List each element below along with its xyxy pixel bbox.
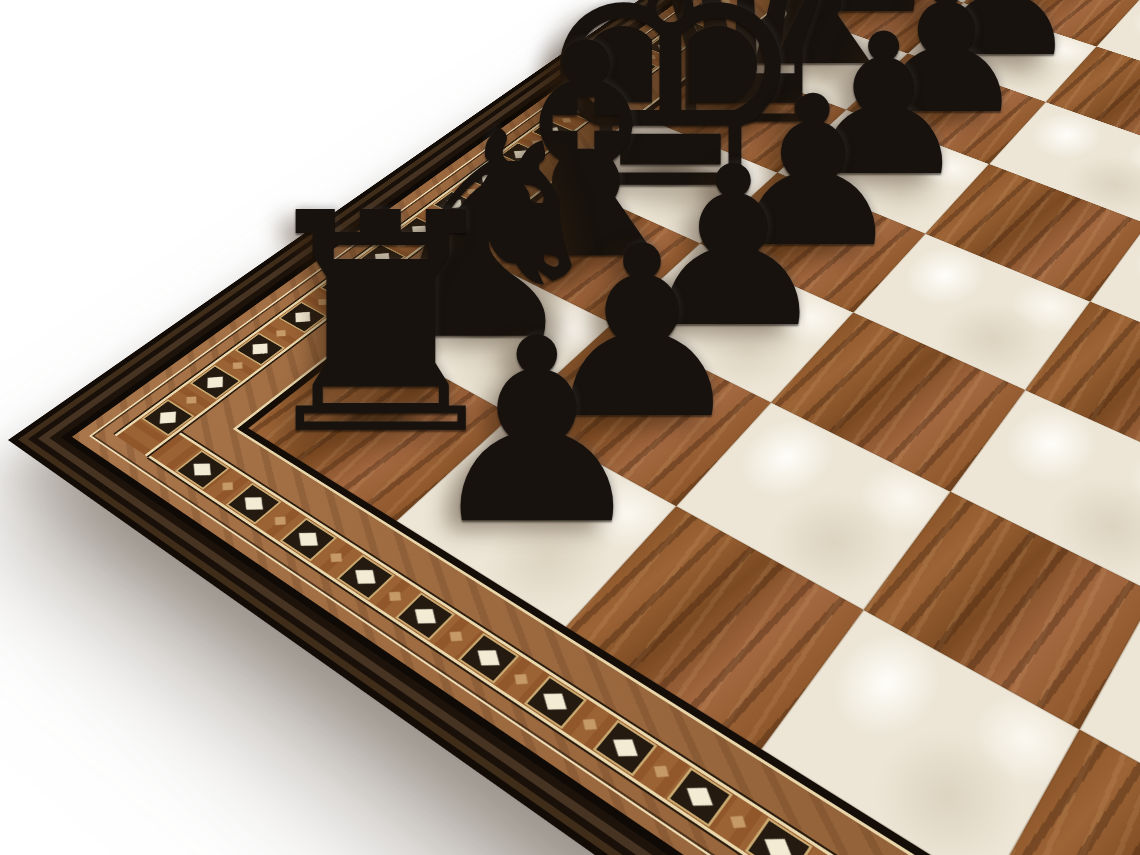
pieces-layer: ♜♞♝♚♛♝♞♟♟♟♟♟♟♟ xyxy=(0,0,1140,855)
chess-photo-scene: ♜♞♝♚♛♝♞♟♟♟♟♟♟♟ xyxy=(0,0,1140,855)
piece-h7-black-pawn[interactable]: ♟ xyxy=(423,305,651,560)
